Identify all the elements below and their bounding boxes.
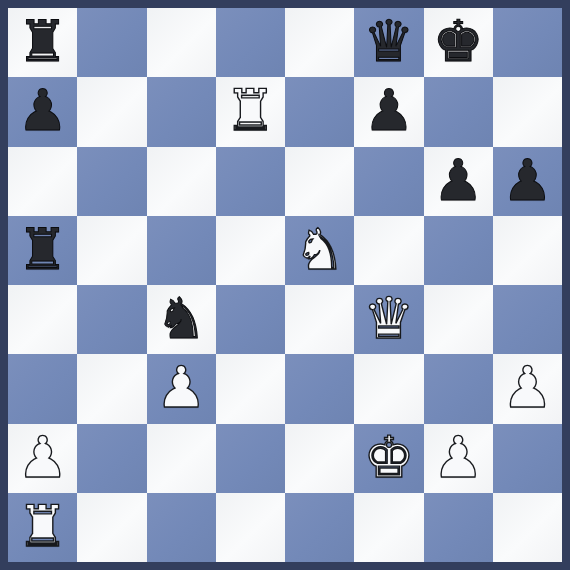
white-pawn-piece[interactable]: ♟ [17,429,68,486]
square-g1[interactable] [424,493,493,562]
square-e7[interactable] [285,77,354,146]
black-pawn-piece[interactable]: ♟ [502,152,553,209]
square-g2[interactable]: ♟ [424,424,493,493]
square-a2[interactable]: ♟ [8,424,77,493]
square-c2[interactable] [147,424,216,493]
square-b8[interactable] [77,8,146,77]
square-g8[interactable]: ♚ [424,8,493,77]
square-e8[interactable] [285,8,354,77]
square-c4[interactable]: ♞ [147,285,216,354]
square-d1[interactable] [216,493,285,562]
square-b2[interactable] [77,424,146,493]
square-f7[interactable]: ♟ [354,77,423,146]
square-c7[interactable] [147,77,216,146]
square-b1[interactable] [77,493,146,562]
white-rook-piece[interactable]: ♜ [17,498,68,555]
square-h8[interactable] [493,8,562,77]
square-a6[interactable] [8,147,77,216]
black-pawn-piece[interactable]: ♟ [433,152,484,209]
square-h4[interactable] [493,285,562,354]
square-f4[interactable]: ♛ [354,285,423,354]
square-d3[interactable] [216,354,285,423]
square-d5[interactable] [216,216,285,285]
square-h5[interactable] [493,216,562,285]
square-d2[interactable] [216,424,285,493]
square-f3[interactable] [354,354,423,423]
square-e6[interactable] [285,147,354,216]
square-g3[interactable] [424,354,493,423]
square-e3[interactable] [285,354,354,423]
square-e5[interactable]: ♞ [285,216,354,285]
square-e1[interactable] [285,493,354,562]
square-h7[interactable] [493,77,562,146]
black-rook-piece[interactable]: ♜ [17,221,68,278]
black-pawn-piece[interactable]: ♟ [363,82,414,139]
square-f6[interactable] [354,147,423,216]
white-pawn-piece[interactable]: ♟ [156,359,207,416]
square-g7[interactable] [424,77,493,146]
square-f1[interactable] [354,493,423,562]
square-a5[interactable]: ♜ [8,216,77,285]
black-queen-piece[interactable]: ♛ [363,13,414,70]
black-knight-piece[interactable]: ♞ [156,290,207,347]
square-c6[interactable] [147,147,216,216]
white-pawn-piece[interactable]: ♟ [502,359,553,416]
square-b7[interactable] [77,77,146,146]
black-king-piece[interactable]: ♚ [433,13,484,70]
square-f2[interactable]: ♚ [354,424,423,493]
black-rook-piece[interactable]: ♜ [17,13,68,70]
square-c8[interactable] [147,8,216,77]
square-a3[interactable] [8,354,77,423]
white-queen-piece[interactable]: ♛ [363,290,414,347]
square-b5[interactable] [77,216,146,285]
square-b4[interactable] [77,285,146,354]
white-knight-piece[interactable]: ♞ [294,221,345,278]
white-king-piece[interactable]: ♚ [363,429,414,486]
square-a1[interactable]: ♜ [8,493,77,562]
square-h2[interactable] [493,424,562,493]
white-pawn-piece[interactable]: ♟ [433,429,484,486]
square-h3[interactable]: ♟ [493,354,562,423]
square-a7[interactable]: ♟ [8,77,77,146]
chess-board: ♜♛♚♟♜♟♟♟♜♞♞♛♟♟♟♚♟♜ [0,0,570,570]
square-d4[interactable] [216,285,285,354]
square-c3[interactable]: ♟ [147,354,216,423]
white-rook-piece[interactable]: ♜ [225,82,276,139]
square-g5[interactable] [424,216,493,285]
black-pawn-piece[interactable]: ♟ [17,82,68,139]
square-g4[interactable] [424,285,493,354]
square-b3[interactable] [77,354,146,423]
square-b6[interactable] [77,147,146,216]
square-c1[interactable] [147,493,216,562]
square-d6[interactable] [216,147,285,216]
square-f5[interactable] [354,216,423,285]
square-g6[interactable]: ♟ [424,147,493,216]
square-h1[interactable] [493,493,562,562]
square-c5[interactable] [147,216,216,285]
square-f8[interactable]: ♛ [354,8,423,77]
square-h6[interactable]: ♟ [493,147,562,216]
square-e4[interactable] [285,285,354,354]
square-d8[interactable] [216,8,285,77]
square-e2[interactable] [285,424,354,493]
square-d7[interactable]: ♜ [216,77,285,146]
square-a4[interactable] [8,285,77,354]
square-a8[interactable]: ♜ [8,8,77,77]
